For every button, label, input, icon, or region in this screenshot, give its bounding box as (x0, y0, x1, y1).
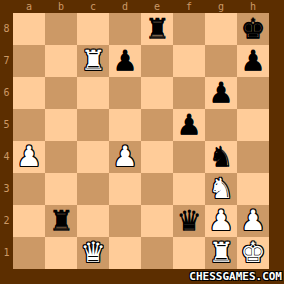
square-a7[interactable] (13, 45, 45, 77)
square-d7[interactable]: ♟ (109, 45, 141, 77)
square-g6[interactable]: ♟ (205, 77, 237, 109)
square-f6[interactable] (173, 77, 205, 109)
square-b7[interactable] (45, 45, 77, 77)
square-f5[interactable]: ♟ (173, 109, 205, 141)
square-g5[interactable] (205, 109, 237, 141)
black-pawn-h7: ♟ (240, 45, 265, 77)
square-g3[interactable]: ♞ (205, 173, 237, 205)
white-pawn-h2: ♟ (240, 205, 265, 237)
square-g8[interactable] (205, 13, 237, 45)
black-pawn-f5: ♟ (176, 109, 201, 141)
square-c8[interactable] (77, 13, 109, 45)
black-pawn-d7: ♟ (112, 45, 137, 77)
square-d8[interactable] (109, 13, 141, 45)
square-f4[interactable] (173, 141, 205, 173)
file-label-d: d (109, 0, 141, 14)
square-f8[interactable] (173, 13, 205, 45)
watermark: CHESSGAMES.COM (189, 269, 282, 284)
square-b5[interactable] (45, 109, 77, 141)
file-label-g: g (205, 0, 237, 14)
white-pawn-g2: ♟ (208, 205, 233, 237)
square-e2[interactable] (141, 205, 173, 237)
rank-label-4: 4 (0, 141, 13, 173)
square-c5[interactable] (77, 109, 109, 141)
square-a6[interactable] (13, 77, 45, 109)
black-king-h8: ♚ (240, 13, 265, 45)
square-h4[interactable] (237, 141, 269, 173)
square-e8[interactable]: ♜ (141, 13, 173, 45)
square-g1[interactable]: ♜ (205, 237, 237, 269)
white-pawn-a4: ♟ (16, 141, 41, 173)
square-f1[interactable] (173, 237, 205, 269)
square-d4[interactable]: ♟ (109, 141, 141, 173)
white-king-h1: ♚ (240, 237, 265, 269)
black-rook-e8: ♜ (144, 13, 169, 45)
chess-board-frame: abcdefgh 87654321 ♜♚♜♟♟♟♟♟♟♞♞♜♛♟♟♛♜♚ CHE… (0, 0, 284, 284)
square-b1[interactable] (45, 237, 77, 269)
white-rook-c7: ♜ (80, 45, 105, 77)
square-c7[interactable]: ♜ (77, 45, 109, 77)
black-knight-g4: ♞ (208, 141, 233, 173)
white-rook-g1: ♜ (208, 237, 233, 269)
square-g7[interactable] (205, 45, 237, 77)
file-label-c: c (77, 0, 109, 14)
square-h8[interactable]: ♚ (237, 13, 269, 45)
square-e4[interactable] (141, 141, 173, 173)
square-e5[interactable] (141, 109, 173, 141)
square-e7[interactable] (141, 45, 173, 77)
square-e6[interactable] (141, 77, 173, 109)
rank-label-6: 6 (0, 77, 13, 109)
square-b4[interactable] (45, 141, 77, 173)
square-a3[interactable] (13, 173, 45, 205)
square-a8[interactable] (13, 13, 45, 45)
board: ♜♚♜♟♟♟♟♟♟♞♞♜♛♟♟♛♜♚ (13, 13, 269, 269)
file-label-b: b (45, 0, 77, 14)
square-a2[interactable] (13, 205, 45, 237)
square-e1[interactable] (141, 237, 173, 269)
square-e3[interactable] (141, 173, 173, 205)
square-g4[interactable]: ♞ (205, 141, 237, 173)
square-c6[interactable] (77, 77, 109, 109)
file-label-a: a (13, 0, 45, 14)
square-h2[interactable]: ♟ (237, 205, 269, 237)
square-c1[interactable]: ♛ (77, 237, 109, 269)
square-f2[interactable]: ♛ (173, 205, 205, 237)
square-b8[interactable] (45, 13, 77, 45)
square-b2[interactable]: ♜ (45, 205, 77, 237)
square-a4[interactable]: ♟ (13, 141, 45, 173)
file-label-f: f (173, 0, 205, 14)
rank-label-7: 7 (0, 45, 13, 77)
square-f3[interactable] (173, 173, 205, 205)
square-a1[interactable] (13, 237, 45, 269)
square-c2[interactable] (77, 205, 109, 237)
white-knight-g3: ♞ (208, 173, 233, 205)
rank-label-8: 8 (0, 13, 13, 45)
square-d1[interactable] (109, 237, 141, 269)
white-pawn-d4: ♟ (112, 141, 137, 173)
white-queen-c1: ♛ (80, 237, 105, 269)
square-d5[interactable] (109, 109, 141, 141)
square-d3[interactable] (109, 173, 141, 205)
file-labels: abcdefgh (13, 0, 269, 13)
rank-label-3: 3 (0, 173, 13, 205)
square-a5[interactable] (13, 109, 45, 141)
rank-labels: 87654321 (0, 13, 13, 269)
black-queen-f2: ♛ (176, 205, 201, 237)
square-c4[interactable] (77, 141, 109, 173)
black-pawn-g6: ♟ (208, 77, 233, 109)
square-h6[interactable] (237, 77, 269, 109)
square-f7[interactable] (173, 45, 205, 77)
rank-label-1: 1 (0, 237, 13, 269)
square-c3[interactable] (77, 173, 109, 205)
square-d2[interactable] (109, 205, 141, 237)
black-rook-b2: ♜ (48, 205, 73, 237)
square-g2[interactable]: ♟ (205, 205, 237, 237)
square-b3[interactable] (45, 173, 77, 205)
square-h7[interactable]: ♟ (237, 45, 269, 77)
square-d6[interactable] (109, 77, 141, 109)
rank-label-5: 5 (0, 109, 13, 141)
square-h5[interactable] (237, 109, 269, 141)
square-b6[interactable] (45, 77, 77, 109)
square-h1[interactable]: ♚ (237, 237, 269, 269)
square-h3[interactable] (237, 173, 269, 205)
rank-label-2: 2 (0, 205, 13, 237)
